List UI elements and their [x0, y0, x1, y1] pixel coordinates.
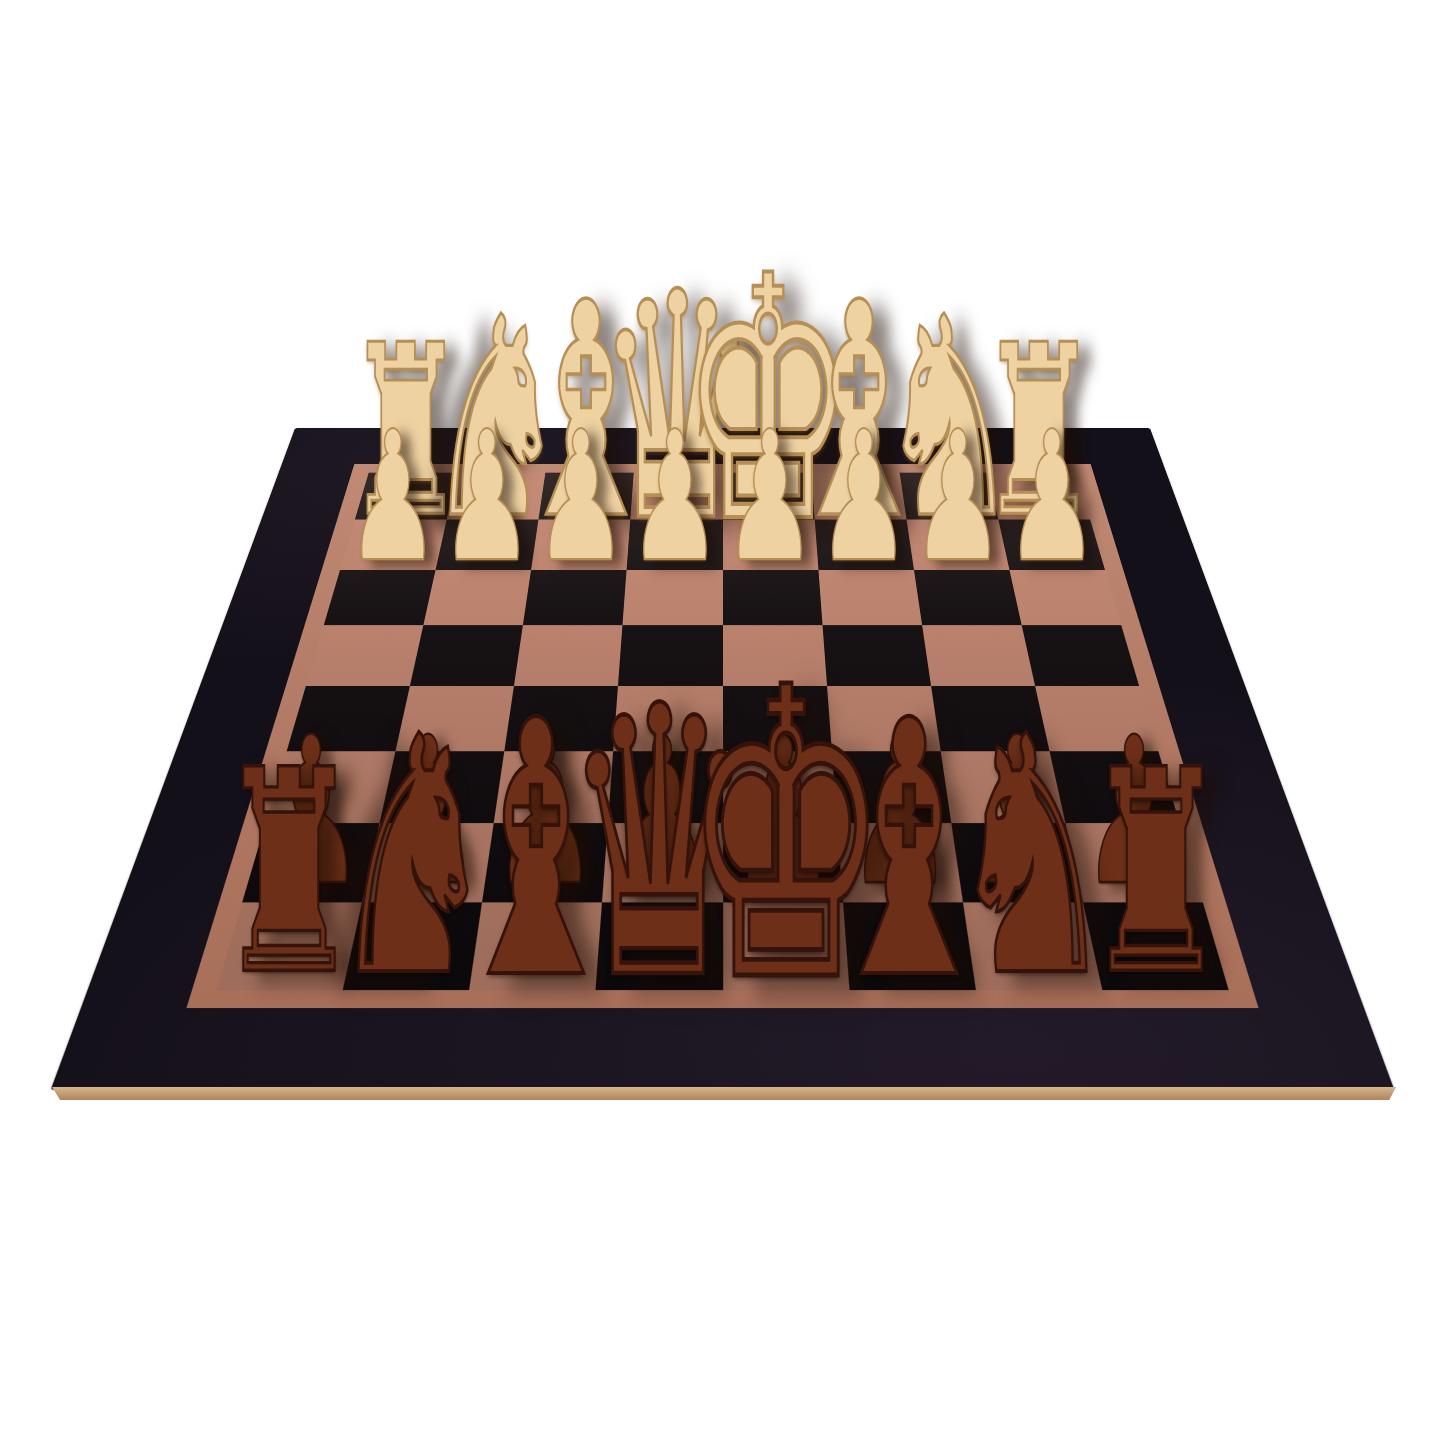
piece-black-rook-h8[interactable]: ♜ [1083, 733, 1229, 1013]
piece-white-pawn-c2[interactable]: ♟ [534, 407, 627, 586]
piece-white-pawn-e2[interactable]: ♟ [724, 407, 817, 586]
piece-white-pawn-b2[interactable]: ♟ [440, 407, 533, 586]
scene: ♜♞♝♛♚♝♞♜♟♟♟♟♟♟♟♟♟♟♟♟♟♟♟♟♜♞♝♛♚♝♞♜ [0, 0, 1445, 1445]
piece-white-pawn-f2[interactable]: ♟ [817, 407, 910, 586]
piece-white-pawn-h2[interactable]: ♟ [1005, 407, 1098, 586]
pieces-layer: ♜♞♝♛♚♝♞♜♟♟♟♟♟♟♟♟♟♟♟♟♟♟♟♟♜♞♝♛♚♝♞♜ [0, 0, 1445, 1445]
board-wood-edge [52, 1087, 1396, 1100]
piece-white-pawn-g2[interactable]: ♟ [911, 407, 1004, 586]
piece-white-pawn-d2[interactable]: ♟ [628, 407, 721, 586]
piece-white-pawn-a2[interactable]: ♟ [347, 407, 440, 586]
